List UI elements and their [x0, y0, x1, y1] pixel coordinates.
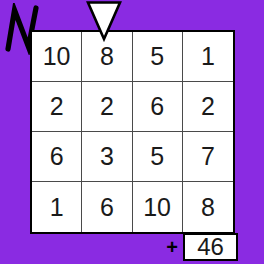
- grid-cell-r4c3: 10: [133, 182, 183, 232]
- grid-cell-r1c1: 10: [32, 32, 82, 82]
- grid-cell-r3c4: 7: [183, 132, 233, 182]
- grid-cell-r4c1: 1: [32, 182, 82, 232]
- grid-cell-r1c4: 1: [183, 32, 233, 82]
- target-sum-box: 46: [183, 233, 238, 261]
- grid-cell-r2c2: 2: [82, 82, 132, 132]
- entry-triangle-icon: [84, 0, 124, 42]
- grid-cell-r3c3: 5: [133, 132, 183, 182]
- grid-cell-r4c4: 8: [183, 182, 233, 232]
- sum-plus-sign: +: [162, 234, 182, 260]
- grid-cell-r2c1: 2: [32, 82, 82, 132]
- grid-cell-r3c1: 6: [32, 132, 82, 182]
- grid-cell-r3c2: 3: [82, 132, 132, 182]
- grid-cell-r4c2: 6: [82, 182, 132, 232]
- grid-cell-r1c3: 5: [133, 32, 183, 82]
- grid-cell-r2c4: 2: [183, 82, 233, 132]
- grid-cell-r2c3: 6: [133, 82, 183, 132]
- puzzle-grid: 108512262635716108: [30, 30, 235, 234]
- puzzle-canvas: 108512262635716108 + 46: [0, 0, 264, 264]
